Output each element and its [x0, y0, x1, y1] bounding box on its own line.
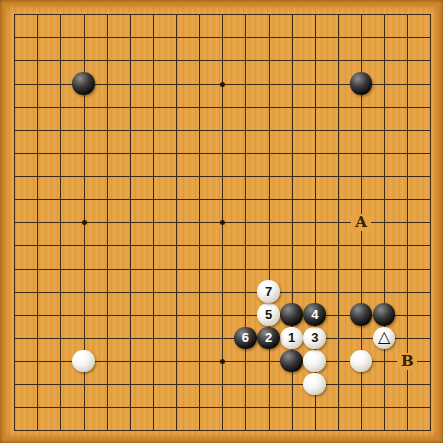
go-board[interactable]: AB△1234567	[0, 0, 443, 443]
stone-black-M5-move-2: 2	[257, 327, 280, 350]
grid-line-horizontal	[14, 407, 431, 408]
stone-white-O5-move-3: 3	[303, 327, 326, 350]
stone-black-N4	[280, 350, 303, 373]
stone-black-R6	[373, 303, 396, 326]
grid-line-vertical	[269, 14, 270, 431]
grid-line-vertical	[245, 14, 246, 431]
grid-line-horizontal	[14, 245, 431, 246]
stone-white-Q4	[350, 350, 373, 373]
grid-line-horizontal	[14, 338, 431, 339]
move-number: 2	[265, 331, 272, 344]
move-number: 7	[265, 285, 272, 298]
move-number: 6	[242, 331, 249, 344]
stone-white-O4	[303, 350, 326, 373]
stone-white-M7-move-7: 7	[257, 280, 280, 303]
triangle-marker-icon: △	[378, 329, 390, 345]
hoshi-star-point	[82, 220, 87, 225]
grid-line-horizontal	[14, 430, 431, 431]
stone-black-D16	[72, 72, 95, 95]
grid-line-horizontal	[14, 292, 431, 293]
board-surface[interactable]: AB△1234567	[6, 6, 437, 437]
stone-white-M6-move-5: 5	[257, 303, 280, 326]
move-number: 3	[311, 331, 318, 344]
hoshi-star-point	[220, 220, 225, 225]
point-label-A[interactable]: A	[351, 214, 371, 231]
stone-black-O6-move-4: 4	[303, 303, 326, 326]
grid-line-horizontal	[14, 384, 431, 385]
hoshi-star-point	[220, 82, 225, 87]
stone-white-N5-move-1: 1	[280, 327, 303, 350]
stone-black-Q6	[350, 303, 373, 326]
grid-line-horizontal	[14, 269, 431, 270]
grid-line-vertical	[384, 14, 385, 431]
point-label-B[interactable]: B	[397, 353, 417, 370]
stone-white-R5: △	[373, 327, 396, 350]
stone-black-N6	[280, 303, 303, 326]
move-number: 1	[288, 331, 295, 344]
move-number: 5	[265, 308, 272, 321]
grid-line-vertical	[430, 14, 431, 431]
stone-black-L5-move-6: 6	[234, 327, 257, 350]
move-number: 4	[311, 308, 318, 321]
stone-black-Q16	[350, 72, 373, 95]
stone-white-O3	[303, 373, 326, 396]
hoshi-star-point	[220, 359, 225, 364]
stone-white-D4	[72, 350, 95, 373]
grid-line-vertical	[338, 14, 339, 431]
